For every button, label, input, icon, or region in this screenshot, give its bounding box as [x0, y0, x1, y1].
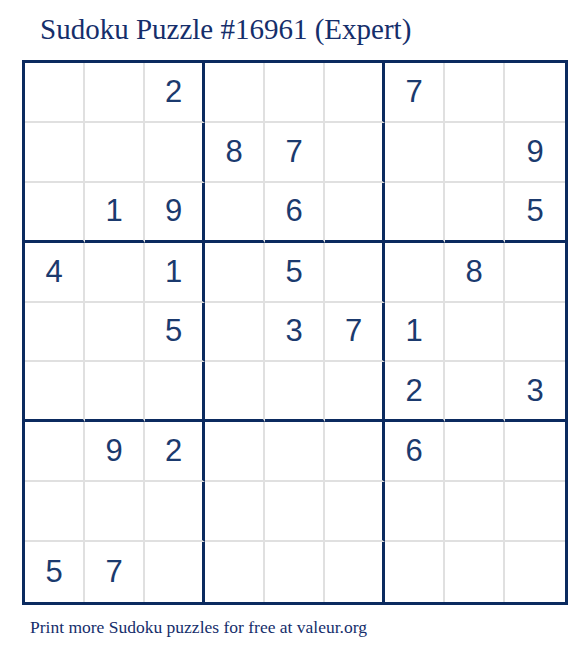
cell-r7c4: [205, 422, 265, 482]
cell-r4c4: [205, 243, 265, 303]
cell-r6c7: 2: [385, 362, 445, 422]
cell-r1c8: [445, 63, 505, 123]
cell-r5c7: 1: [385, 303, 445, 363]
cell-r6c4: [205, 362, 265, 422]
cell-r7c5: [265, 422, 325, 482]
cell-r8c7: [385, 482, 445, 542]
cell-r2c6: [325, 123, 385, 183]
cell-r3c1: [25, 183, 85, 243]
cell-r7c6: [325, 422, 385, 482]
cell-r8c3: [145, 482, 205, 542]
cell-r3c8: [445, 183, 505, 243]
cell-r3c6: [325, 183, 385, 243]
cell-r4c7: [385, 243, 445, 303]
cell-r1c2: [85, 63, 145, 123]
cell-r6c6: [325, 362, 385, 422]
cell-r5c6: 7: [325, 303, 385, 363]
cell-r3c4: [205, 183, 265, 243]
cell-r5c5: 3: [265, 303, 325, 363]
cell-r5c9: [505, 303, 565, 363]
page-title: Sudoku Puzzle #16961 (Expert): [40, 12, 411, 46]
cell-r5c4: [205, 303, 265, 363]
cell-r6c1: [25, 362, 85, 422]
cell-r9c1: 5: [25, 542, 85, 602]
cell-r3c2: 1: [85, 183, 145, 243]
cell-r2c7: [385, 123, 445, 183]
cell-r6c2: [85, 362, 145, 422]
cell-r2c3: [145, 123, 205, 183]
cell-r4c1: 4: [25, 243, 85, 303]
cell-r7c8: [445, 422, 505, 482]
cell-r1c9: [505, 63, 565, 123]
cell-r9c5: [265, 542, 325, 602]
cell-r7c7: 6: [385, 422, 445, 482]
cell-r8c5: [265, 482, 325, 542]
cell-r4c5: 5: [265, 243, 325, 303]
sudoku-page: Sudoku Puzzle #16961 (Expert) 2787919654…: [0, 0, 580, 651]
cell-r3c9: 5: [505, 183, 565, 243]
cell-r1c4: [205, 63, 265, 123]
cell-r9c8: [445, 542, 505, 602]
cell-r3c3: 9: [145, 183, 205, 243]
cell-r8c1: [25, 482, 85, 542]
cell-r6c8: [445, 362, 505, 422]
cell-r8c9: [505, 482, 565, 542]
cell-r9c2: 7: [85, 542, 145, 602]
cell-r3c7: [385, 183, 445, 243]
cell-r4c2: [85, 243, 145, 303]
cell-r4c3: 1: [145, 243, 205, 303]
cell-r9c3: [145, 542, 205, 602]
cell-r5c8: [445, 303, 505, 363]
cell-r3c5: 6: [265, 183, 325, 243]
cell-r5c1: [25, 303, 85, 363]
cell-r2c1: [25, 123, 85, 183]
cell-r4c9: [505, 243, 565, 303]
cell-r6c9: 3: [505, 362, 565, 422]
cell-r2c5: 7: [265, 123, 325, 183]
cell-r7c2: 9: [85, 422, 145, 482]
cell-r1c3: 2: [145, 63, 205, 123]
cell-r4c6: [325, 243, 385, 303]
cell-r2c4: 8: [205, 123, 265, 183]
cell-r2c9: 9: [505, 123, 565, 183]
cell-r2c2: [85, 123, 145, 183]
cell-r7c3: 2: [145, 422, 205, 482]
cell-r5c2: [85, 303, 145, 363]
cell-r1c6: [325, 63, 385, 123]
cell-r5c3: 5: [145, 303, 205, 363]
cell-r8c2: [85, 482, 145, 542]
cell-r4c8: 8: [445, 243, 505, 303]
cell-r8c4: [205, 482, 265, 542]
cell-r2c8: [445, 123, 505, 183]
cell-r9c9: [505, 542, 565, 602]
cell-r1c5: [265, 63, 325, 123]
cell-r6c3: [145, 362, 205, 422]
cell-r8c8: [445, 482, 505, 542]
cell-r1c1: [25, 63, 85, 123]
cell-r9c7: [385, 542, 445, 602]
cell-r6c5: [265, 362, 325, 422]
sudoku-grid: 278791965415853712392657: [22, 60, 568, 605]
cell-r1c7: 7: [385, 63, 445, 123]
cell-r8c6: [325, 482, 385, 542]
cell-r9c4: [205, 542, 265, 602]
footer-text: Print more Sudoku puzzles for free at va…: [30, 617, 367, 638]
cell-r7c1: [25, 422, 85, 482]
cell-r7c9: [505, 422, 565, 482]
cell-r9c6: [325, 542, 385, 602]
